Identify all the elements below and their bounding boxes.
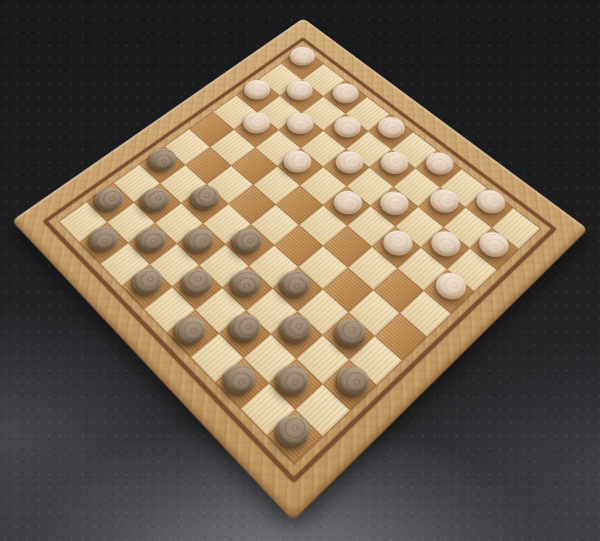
dark-piece[interactable] [84,222,124,257]
light-piece[interactable] [375,187,414,220]
screenshot-root: { "game": { "name": "International draug… [0,0,600,541]
square-r6c6[interactable] [273,267,323,312]
